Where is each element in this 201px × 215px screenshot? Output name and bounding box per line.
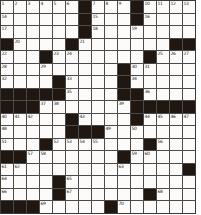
clue-number: 5 bbox=[54, 1, 57, 6]
grid-cell-r14c12[interactable] bbox=[144, 164, 156, 176]
grid-cell-r13c5[interactable] bbox=[53, 151, 65, 163]
grid-cell-r2c13[interactable] bbox=[157, 14, 169, 26]
clue-number: 43 bbox=[80, 114, 85, 119]
grid-cell-r12c13[interactable]: 56 bbox=[157, 139, 169, 151]
grid-cell-r11c15[interactable] bbox=[183, 126, 195, 138]
grid-cell-r2c14[interactable] bbox=[170, 14, 182, 26]
grid-cell-r14c6[interactable] bbox=[66, 164, 78, 176]
grid-cell-r10c3[interactable]: 42 bbox=[27, 114, 39, 126]
grid-cell-r3c14[interactable] bbox=[170, 26, 182, 38]
clue-number: 36 bbox=[145, 89, 150, 94]
grid-cell-r3c13[interactable] bbox=[157, 26, 169, 38]
grid-cell-r5c3[interactable] bbox=[27, 51, 39, 63]
grid-cell-r6c4[interactable]: 29 bbox=[40, 64, 52, 76]
clue-number: 27 bbox=[184, 51, 189, 56]
black-cell-r9c1 bbox=[1, 101, 13, 113]
grid-cell-r13c9[interactable] bbox=[105, 151, 117, 163]
grid-cell-r15c12[interactable] bbox=[144, 176, 156, 188]
black-cell-r1c7 bbox=[79, 1, 91, 13]
grid-cell-r16c2[interactable] bbox=[14, 189, 26, 201]
black-cell-r8c1 bbox=[1, 89, 13, 101]
clue-number: 14 bbox=[2, 14, 7, 19]
black-cell-r9c3 bbox=[27, 101, 39, 113]
grid-cell-r1c1[interactable]: 1 bbox=[1, 1, 13, 13]
grid-cell-r6c2[interactable] bbox=[14, 64, 26, 76]
black-cell-r14c15 bbox=[183, 164, 195, 176]
grid-cell-r7c9[interactable] bbox=[105, 76, 117, 88]
grid-cell-r1c14[interactable]: 12 bbox=[170, 1, 182, 13]
grid-cell-r2c8[interactable]: 15 bbox=[92, 14, 104, 26]
black-cell-r7c10 bbox=[118, 76, 130, 88]
black-cell-r1c11 bbox=[131, 1, 143, 13]
grid-cell-r2c6[interactable] bbox=[66, 14, 78, 26]
clue-number: 20 bbox=[15, 39, 20, 44]
grid-cell-r16c1[interactable]: 66 bbox=[1, 189, 13, 201]
grid-cell-r5c13[interactable]: 25 bbox=[157, 51, 169, 63]
black-cell-r4c14 bbox=[170, 39, 182, 51]
clue-number: 69 bbox=[41, 201, 46, 206]
grid-cell-r7c13[interactable] bbox=[157, 76, 169, 88]
black-cell-r11c6 bbox=[66, 126, 78, 138]
grid-cell-r15c14[interactable] bbox=[170, 176, 182, 188]
grid-cell-r12c9[interactable] bbox=[105, 139, 117, 151]
grid-cell-r8c9[interactable] bbox=[105, 89, 117, 101]
grid-cell-r16c11[interactable] bbox=[131, 189, 143, 201]
grid-cell-r13c4[interactable]: 58 bbox=[40, 151, 52, 163]
grid-cell-r3c11[interactable]: 19 bbox=[131, 26, 143, 38]
black-cell-r11c8 bbox=[92, 126, 104, 138]
black-cell-r17c2 bbox=[14, 201, 26, 213]
clue-number: 46 bbox=[171, 114, 176, 119]
grid-cell-r14c11[interactable] bbox=[131, 164, 143, 176]
black-cell-r10c6 bbox=[66, 114, 78, 126]
grid-cell-r6c8[interactable] bbox=[92, 64, 104, 76]
grid-cell-r4c12[interactable] bbox=[144, 39, 156, 51]
grid-cell-r15c8[interactable] bbox=[92, 176, 104, 188]
grid-cell-r17c13[interactable] bbox=[157, 201, 169, 213]
grid-cell-r10c12[interactable]: 44 bbox=[144, 114, 156, 126]
grid-cell-r14c7[interactable] bbox=[79, 164, 91, 176]
grid-cell-r1c12[interactable]: 10 bbox=[144, 1, 156, 13]
black-cell-r8c2 bbox=[14, 89, 26, 101]
grid-cell-r6c11[interactable]: 30 bbox=[131, 64, 143, 76]
grid-cell-r15c10[interactable] bbox=[118, 176, 130, 188]
black-cell-r15c5 bbox=[53, 176, 65, 188]
grid-cell-r12c11[interactable] bbox=[131, 139, 143, 151]
clue-number: 30 bbox=[132, 64, 137, 69]
clue-number: 17 bbox=[2, 26, 7, 31]
clue-number: 62 bbox=[15, 164, 20, 169]
grid-cell-r11c11[interactable]: 50 bbox=[131, 126, 143, 138]
grid-cell-r13c7[interactable] bbox=[79, 151, 91, 163]
black-cell-r5c12 bbox=[144, 51, 156, 63]
grid-cell-r15c9[interactable] bbox=[105, 176, 117, 188]
grid-cell-r5c11[interactable] bbox=[131, 51, 143, 63]
clue-number: 48 bbox=[2, 126, 7, 131]
grid-cell-r6c9[interactable] bbox=[105, 64, 117, 76]
grid-cell-r14c13[interactable] bbox=[157, 164, 169, 176]
grid-cell-r6c7[interactable] bbox=[79, 64, 91, 76]
grid-cell-r17c5[interactable] bbox=[53, 201, 65, 213]
grid-cell-r10c4[interactable] bbox=[40, 114, 52, 126]
clue-number: 8 bbox=[106, 1, 109, 6]
grid-cell-r9c10[interactable]: 39 bbox=[118, 101, 130, 113]
clue-number: 26 bbox=[171, 51, 176, 56]
clue-number: 53 bbox=[67, 139, 72, 144]
grid-cell-r10c9[interactable] bbox=[105, 114, 117, 126]
grid-cell-r16c7[interactable] bbox=[79, 189, 91, 201]
grid-cell-r4c3[interactable] bbox=[27, 39, 39, 51]
grid-cell-r3c15[interactable] bbox=[183, 26, 195, 38]
grid-cell-r15c13[interactable] bbox=[157, 176, 169, 188]
grid-cell-r4c4[interactable] bbox=[40, 39, 52, 51]
grid-cell-r7c7[interactable] bbox=[79, 76, 91, 88]
grid-cell-r4c2[interactable]: 20 bbox=[14, 39, 26, 51]
clue-number: 15 bbox=[93, 14, 98, 19]
grid-cell-r5c2[interactable] bbox=[14, 51, 26, 63]
grid-cell-r7c3[interactable] bbox=[27, 76, 39, 88]
grid-cell-r5c7[interactable] bbox=[79, 51, 91, 63]
clue-number: 24 bbox=[67, 51, 72, 56]
grid-cell-r6c3[interactable] bbox=[27, 64, 39, 76]
grid-cell-r6c12[interactable]: 31 bbox=[144, 64, 156, 76]
grid-cell-r1c5[interactable]: 5 bbox=[53, 1, 65, 13]
grid-cell-r16c4[interactable] bbox=[40, 189, 52, 201]
grid-cell-r2c10[interactable] bbox=[118, 14, 130, 26]
grid-cell-r4c10[interactable] bbox=[118, 39, 130, 51]
grid-cell-r7c2[interactable] bbox=[14, 76, 26, 88]
grid-cell-r12c3[interactable] bbox=[27, 139, 39, 151]
grid-cell-r5c8[interactable] bbox=[92, 51, 104, 63]
grid-cell-r12c5[interactable]: 52 bbox=[53, 139, 65, 151]
grid-cell-r16c15[interactable] bbox=[183, 189, 195, 201]
grid-cell-r7c8[interactable] bbox=[92, 76, 104, 88]
clue-number: 18 bbox=[93, 26, 98, 31]
grid-cell-r4c11[interactable] bbox=[131, 39, 143, 51]
grid-cell-r12c6[interactable]: 53 bbox=[66, 139, 78, 151]
grid-cell-r11c2[interactable] bbox=[14, 126, 26, 138]
clue-number: 52 bbox=[54, 139, 59, 144]
clue-number: 61 bbox=[2, 164, 7, 169]
clue-number: 63 bbox=[119, 164, 124, 169]
grid-cell-r17c12[interactable] bbox=[144, 201, 156, 213]
grid-cell-r12c15[interactable] bbox=[183, 139, 195, 151]
grid-cell-r7c15[interactable] bbox=[183, 76, 195, 88]
clue-number: 22 bbox=[2, 51, 7, 56]
grid-cell-r3c6[interactable] bbox=[66, 26, 78, 38]
clue-number: 19 bbox=[132, 26, 137, 31]
clue-number: 35 bbox=[67, 89, 72, 94]
grid-cell-r8c6[interactable]: 35 bbox=[66, 89, 78, 101]
grid-cell-r14c8[interactable] bbox=[92, 164, 104, 176]
grid-cell-r11c9[interactable]: 49 bbox=[105, 126, 117, 138]
black-cell-r13c1 bbox=[1, 151, 13, 163]
grid-cell-r10c13[interactable]: 45 bbox=[157, 114, 169, 126]
clue-number: 3 bbox=[28, 1, 31, 6]
black-cell-r8c4 bbox=[40, 89, 52, 101]
grid-cell-r8c7[interactable] bbox=[79, 89, 91, 101]
grid-cell-r11c4[interactable] bbox=[40, 126, 52, 138]
clue-number: 58 bbox=[41, 151, 46, 156]
grid-cell-r2c12[interactable]: 16 bbox=[144, 14, 156, 26]
grid-cell-r3c12[interactable] bbox=[144, 26, 156, 38]
black-cell-r12c4 bbox=[40, 139, 52, 151]
grid-cell-r14c4[interactable] bbox=[40, 164, 52, 176]
clue-number: 41 bbox=[15, 114, 20, 119]
black-cell-r7c5 bbox=[53, 76, 65, 88]
clue-number: 67 bbox=[67, 189, 72, 194]
grid-cell-r16c10[interactable] bbox=[118, 189, 130, 201]
clue-number: 16 bbox=[145, 14, 150, 19]
grid-cell-r7c1[interactable]: 32 bbox=[1, 76, 13, 88]
clue-number: 65 bbox=[67, 176, 72, 181]
clue-number: 1 bbox=[2, 1, 5, 6]
black-cell-r17c9 bbox=[105, 201, 117, 213]
grid-cell-r17c14[interactable] bbox=[170, 201, 182, 213]
grid-cell-r15c1[interactable]: 64 bbox=[1, 176, 13, 188]
grid-cell-r10c15[interactable]: 47 bbox=[183, 114, 195, 126]
grid-cell-r5c6[interactable]: 24 bbox=[66, 51, 78, 63]
grid-cell-r2c2[interactable] bbox=[14, 14, 26, 26]
grid-cell-r5c9[interactable] bbox=[105, 51, 117, 63]
grid-cell-r17c6[interactable] bbox=[66, 201, 78, 213]
crossword-page: 1234567891011121314151617181920212223242… bbox=[0, 0, 201, 215]
clue-number: 49 bbox=[106, 126, 111, 131]
grid-cell-r6c6[interactable] bbox=[66, 64, 78, 76]
black-cell-r9c15 bbox=[183, 101, 195, 113]
grid-cell-r4c8[interactable] bbox=[92, 39, 104, 51]
grid-cell-r7c12[interactable] bbox=[144, 76, 156, 88]
grid-cell-r3c9[interactable] bbox=[105, 26, 117, 38]
grid-cell-r16c9[interactable] bbox=[105, 189, 117, 201]
grid-cell-r1c3[interactable]: 3 bbox=[27, 1, 39, 13]
grid-cell-r1c2[interactable]: 2 bbox=[14, 1, 26, 13]
grid-cell-r10c7[interactable]: 43 bbox=[79, 114, 91, 126]
clue-number: 11 bbox=[158, 1, 163, 6]
grid-cell-r16c3[interactable] bbox=[27, 189, 39, 201]
black-cell-r4c6 bbox=[66, 39, 78, 51]
clue-number: 32 bbox=[2, 76, 7, 81]
grid-cell-r2c9[interactable] bbox=[105, 14, 117, 26]
grid-cell-r15c2[interactable] bbox=[14, 176, 26, 188]
grid-cell-r2c1[interactable]: 14 bbox=[1, 14, 13, 26]
grid-cell-r2c15[interactable] bbox=[183, 14, 195, 26]
grid-cell-r8c12[interactable]: 36 bbox=[144, 89, 156, 101]
grid-cell-r4c7[interactable]: 21 bbox=[79, 39, 91, 51]
clue-number: 70 bbox=[119, 201, 124, 206]
grid-cell-r13c13[interactable] bbox=[157, 151, 169, 163]
grid-cell-r9c7[interactable] bbox=[79, 101, 91, 113]
black-cell-r2c11 bbox=[131, 14, 143, 26]
black-cell-r16c12 bbox=[144, 189, 156, 201]
grid-cell-r16c6[interactable]: 67 bbox=[66, 189, 78, 201]
clue-number: 64 bbox=[2, 176, 7, 181]
grid-cell-r14c14[interactable] bbox=[170, 164, 182, 176]
grid-cell-r15c4[interactable] bbox=[40, 176, 52, 188]
clue-number: 40 bbox=[2, 114, 7, 119]
grid-cell-r17c8[interactable] bbox=[92, 201, 104, 213]
clue-number: 9 bbox=[119, 1, 122, 6]
grid-cell-r10c5[interactable] bbox=[53, 114, 65, 126]
grid-cell-r1c9[interactable]: 8 bbox=[105, 1, 117, 13]
grid-cell-r13c12[interactable]: 60 bbox=[144, 151, 156, 163]
grid-cell-r7c11[interactable]: 34 bbox=[131, 76, 143, 88]
grid-cell-r1c13[interactable]: 11 bbox=[157, 1, 169, 13]
clue-number: 12 bbox=[171, 1, 176, 6]
grid-cell-r15c15[interactable] bbox=[183, 176, 195, 188]
grid-cell-r17c7[interactable] bbox=[79, 201, 91, 213]
black-cell-r11c7 bbox=[79, 126, 91, 138]
clue-number: 59 bbox=[132, 151, 137, 156]
grid-cell-r10c1[interactable]: 40 bbox=[1, 114, 13, 126]
grid-cell-r14c3[interactable] bbox=[27, 164, 39, 176]
grid-cell-r6c13[interactable] bbox=[157, 64, 169, 76]
grid-cell-r6c14[interactable] bbox=[170, 64, 182, 76]
grid-cell-r6c15[interactable] bbox=[183, 64, 195, 76]
clue-number: 68 bbox=[158, 189, 163, 194]
clue-number: 56 bbox=[158, 139, 163, 144]
grid-cell-r6c1[interactable]: 28 bbox=[1, 64, 13, 76]
clue-number: 10 bbox=[145, 1, 150, 6]
grid-cell-r17c4[interactable]: 69 bbox=[40, 201, 52, 213]
grid-cell-r12c10[interactable] bbox=[118, 139, 130, 151]
grid-cell-r9c5[interactable]: 38 bbox=[53, 101, 65, 113]
clue-number: 37 bbox=[41, 101, 46, 106]
grid-cell-r8c15[interactable] bbox=[183, 89, 195, 101]
clue-number: 66 bbox=[2, 189, 7, 194]
grid-cell-r3c3[interactable] bbox=[27, 26, 39, 38]
grid-cell-r13c6[interactable] bbox=[66, 151, 78, 163]
black-cell-r4c15 bbox=[183, 39, 195, 51]
grid-cell-r2c3[interactable] bbox=[27, 14, 39, 26]
black-cell-r9c13 bbox=[157, 101, 169, 113]
grid-cell-r11c1[interactable]: 48 bbox=[1, 126, 13, 138]
grid-cell-r5c10[interactable] bbox=[118, 51, 130, 63]
grid-cell-r3c2[interactable] bbox=[14, 26, 26, 38]
grid-cell-r1c4[interactable]: 4 bbox=[40, 1, 52, 13]
black-cell-r9c12 bbox=[144, 101, 156, 113]
grid-cell-r15c7[interactable] bbox=[79, 176, 91, 188]
grid-cell-r7c6[interactable]: 33 bbox=[66, 76, 78, 88]
grid-cell-r9c4[interactable]: 37 bbox=[40, 101, 52, 113]
grid-cell-r14c5[interactable] bbox=[53, 164, 65, 176]
crossword-grid: 1234567891011121314151617181920212223242… bbox=[0, 0, 196, 214]
grid-cell-r1c15[interactable]: 13 bbox=[183, 1, 195, 13]
clue-number: 7 bbox=[93, 1, 96, 6]
grid-cell-r1c6[interactable]: 6 bbox=[66, 1, 78, 13]
grid-cell-r10c8[interactable] bbox=[92, 114, 104, 126]
black-cell-r8c11 bbox=[131, 89, 143, 101]
grid-cell-r15c6[interactable]: 65 bbox=[66, 176, 78, 188]
clue-number: 47 bbox=[184, 114, 189, 119]
grid-cell-r3c1[interactable]: 17 bbox=[1, 26, 13, 38]
grid-cell-r10c14[interactable]: 46 bbox=[170, 114, 182, 126]
grid-cell-r13c3[interactable]: 57 bbox=[27, 151, 39, 163]
grid-cell-r13c14[interactable] bbox=[170, 151, 182, 163]
grid-cell-r7c14[interactable] bbox=[170, 76, 182, 88]
grid-cell-r7c4[interactable] bbox=[40, 76, 52, 88]
grid-cell-r17c10[interactable]: 70 bbox=[118, 201, 130, 213]
grid-cell-r13c8[interactable] bbox=[92, 151, 104, 163]
clue-number: 21 bbox=[80, 39, 85, 44]
grid-cell-r3c8[interactable]: 18 bbox=[92, 26, 104, 38]
clue-number: 51 bbox=[2, 139, 7, 144]
grid-cell-r14c9[interactable] bbox=[105, 164, 117, 176]
grid-cell-r1c10[interactable]: 9 bbox=[118, 1, 130, 13]
grid-cell-r17c15[interactable] bbox=[183, 201, 195, 213]
clue-number: 23 bbox=[54, 51, 59, 56]
grid-cell-r4c13[interactable] bbox=[157, 39, 169, 51]
grid-cell-r12c7[interactable]: 54 bbox=[79, 139, 91, 151]
grid-cell-r12c14[interactable] bbox=[170, 139, 182, 151]
grid-cell-r2c5[interactable] bbox=[53, 14, 65, 26]
clue-number: 50 bbox=[132, 126, 137, 131]
grid-cell-r6c5[interactable] bbox=[53, 64, 65, 76]
grid-cell-r12c8[interactable]: 55 bbox=[92, 139, 104, 151]
grid-cell-r3c5[interactable] bbox=[53, 26, 65, 38]
grid-cell-r16c13[interactable]: 68 bbox=[157, 189, 169, 201]
grid-cell-r17c11[interactable] bbox=[131, 201, 143, 213]
grid-cell-r10c10[interactable] bbox=[118, 114, 130, 126]
grid-cell-r11c3[interactable] bbox=[27, 126, 39, 138]
black-cell-r4c1 bbox=[1, 39, 13, 51]
clue-number: 25 bbox=[158, 51, 163, 56]
grid-cell-r5c1[interactable]: 22 bbox=[1, 51, 13, 63]
grid-cell-r15c3[interactable] bbox=[27, 176, 39, 188]
grid-cell-r14c2[interactable]: 62 bbox=[14, 164, 26, 176]
grid-cell-r12c2[interactable] bbox=[14, 139, 26, 151]
grid-cell-r9c6[interactable] bbox=[66, 101, 78, 113]
clue-number: 4 bbox=[41, 1, 44, 6]
grid-cell-r12c1[interactable]: 51 bbox=[1, 139, 13, 151]
grid-cell-r11c5[interactable] bbox=[53, 126, 65, 138]
grid-cell-r13c15[interactable] bbox=[183, 151, 195, 163]
grid-cell-r13c11[interactable]: 59 bbox=[131, 151, 143, 163]
grid-cell-r4c5[interactable] bbox=[53, 39, 65, 51]
grid-cell-r2c4[interactable] bbox=[40, 14, 52, 26]
clue-number: 45 bbox=[158, 114, 163, 119]
grid-cell-r5c14[interactable]: 26 bbox=[170, 51, 182, 63]
grid-cell-r16c14[interactable] bbox=[170, 189, 182, 201]
black-cell-r10c11 bbox=[131, 114, 143, 126]
clue-number: 13 bbox=[184, 1, 189, 6]
black-cell-r13c10 bbox=[118, 151, 130, 163]
grid-cell-r8c14[interactable] bbox=[170, 89, 182, 101]
grid-cell-r11c12[interactable] bbox=[144, 126, 156, 138]
clue-number: 60 bbox=[145, 151, 150, 156]
grid-cell-r11c10[interactable] bbox=[118, 126, 130, 138]
grid-cell-r10c2[interactable]: 41 bbox=[14, 114, 26, 126]
grid-cell-r5c15[interactable]: 27 bbox=[183, 51, 195, 63]
grid-cell-r16c8[interactable] bbox=[92, 189, 104, 201]
grid-cell-r8c8[interactable] bbox=[92, 89, 104, 101]
grid-cell-r9c8[interactable] bbox=[92, 101, 104, 113]
grid-cell-r14c10[interactable]: 63 bbox=[118, 164, 130, 176]
grid-cell-r5c5[interactable]: 23 bbox=[53, 51, 65, 63]
grid-cell-r15c11[interactable] bbox=[131, 176, 143, 188]
grid-cell-r1c8[interactable]: 7 bbox=[92, 1, 104, 13]
grid-cell-r9c9[interactable] bbox=[105, 101, 117, 113]
grid-cell-r4c9[interactable] bbox=[105, 39, 117, 51]
black-cell-r8c10 bbox=[118, 89, 130, 101]
grid-cell-r11c14[interactable] bbox=[170, 126, 182, 138]
grid-cell-r3c4[interactable] bbox=[40, 26, 52, 38]
clue-number: 2 bbox=[15, 1, 18, 6]
grid-cell-r14c1[interactable]: 61 bbox=[1, 164, 13, 176]
grid-cell-r8c13[interactable] bbox=[157, 89, 169, 101]
grid-cell-r11c13[interactable] bbox=[157, 126, 169, 138]
grid-cell-r3c10[interactable] bbox=[118, 26, 130, 38]
